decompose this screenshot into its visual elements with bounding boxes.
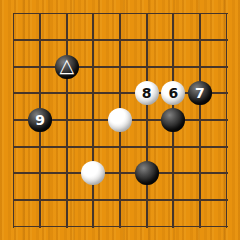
stone-white: 8 [135, 81, 159, 105]
stone-black: 9 [28, 108, 52, 132]
grid-line-vertical [146, 13, 148, 228]
grid-line-horizontal [13, 172, 228, 174]
stone-black: 7 [188, 81, 212, 105]
move-number-label: 9 [35, 113, 45, 127]
stone-white [81, 161, 105, 185]
move-number-label: 7 [195, 86, 205, 100]
stone-black [161, 108, 185, 132]
triangle-mark-icon: △ [59, 56, 74, 75]
move-number-label: 8 [142, 86, 152, 100]
grid-line-horizontal [13, 226, 228, 228]
go-board[interactable]: △8679 [0, 0, 240, 240]
move-number-label: 6 [168, 86, 178, 100]
stone-black [135, 161, 159, 185]
grid-line-horizontal [13, 199, 228, 201]
grid-line-vertical [226, 13, 228, 228]
stone-white [108, 108, 132, 132]
grid-line-vertical [199, 13, 201, 228]
stone-black: △ [55, 55, 79, 79]
stone-white: 6 [161, 81, 185, 105]
grid-line-horizontal [13, 146, 228, 148]
